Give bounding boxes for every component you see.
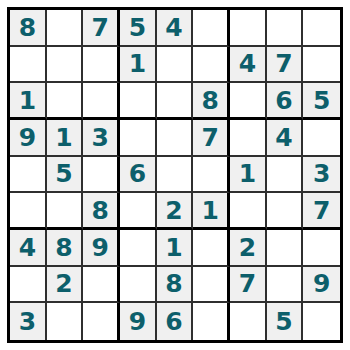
cell-r4c4[interactable] <box>120 120 157 157</box>
cell-r2c1[interactable] <box>10 47 47 84</box>
cell-r3c2[interactable] <box>47 83 84 120</box>
cell-r1c4[interactable]: 5 <box>120 10 157 47</box>
cell-r3c9[interactable]: 5 <box>303 83 340 120</box>
cell-r4c3[interactable]: 3 <box>83 120 120 157</box>
cell-r4c6[interactable]: 7 <box>193 120 230 157</box>
cell-r6c9[interactable]: 7 <box>303 193 340 230</box>
cell-r3c7[interactable] <box>230 83 267 120</box>
cell-r8c2[interactable]: 2 <box>47 267 84 304</box>
cell-r4c5[interactable] <box>157 120 194 157</box>
cell-r6c4[interactable] <box>120 193 157 230</box>
cell-r2c7[interactable]: 4 <box>230 47 267 84</box>
cell-r2c2[interactable] <box>47 47 84 84</box>
cell-r4c7[interactable] <box>230 120 267 157</box>
cell-r8c3[interactable] <box>83 267 120 304</box>
cell-r8c6[interactable] <box>193 267 230 304</box>
cell-r3c5[interactable] <box>157 83 194 120</box>
cell-r1c8[interactable] <box>267 10 304 47</box>
cell-r6c6[interactable]: 1 <box>193 193 230 230</box>
cell-r9c7[interactable] <box>230 303 267 340</box>
cell-r6c3[interactable]: 8 <box>83 193 120 230</box>
cell-r7c7[interactable]: 2 <box>230 230 267 267</box>
cell-r7c2[interactable]: 8 <box>47 230 84 267</box>
cell-r1c7[interactable] <box>230 10 267 47</box>
cell-r9c4[interactable]: 9 <box>120 303 157 340</box>
cell-r1c5[interactable]: 4 <box>157 10 194 47</box>
cell-r9c2[interactable] <box>47 303 84 340</box>
cell-r7c6[interactable] <box>193 230 230 267</box>
cell-r7c5[interactable]: 1 <box>157 230 194 267</box>
cell-r5c9[interactable]: 3 <box>303 157 340 194</box>
cell-r3c1[interactable]: 1 <box>10 83 47 120</box>
cell-r1c1[interactable]: 8 <box>10 10 47 47</box>
cell-r9c1[interactable]: 3 <box>10 303 47 340</box>
cell-r8c7[interactable]: 7 <box>230 267 267 304</box>
cell-r4c9[interactable] <box>303 120 340 157</box>
cell-r7c9[interactable] <box>303 230 340 267</box>
cell-r2c3[interactable] <box>83 47 120 84</box>
cell-r9c5[interactable]: 6 <box>157 303 194 340</box>
cell-r7c3[interactable]: 9 <box>83 230 120 267</box>
cell-r4c8[interactable]: 4 <box>267 120 304 157</box>
cell-r9c9[interactable] <box>303 303 340 340</box>
cell-r5c3[interactable] <box>83 157 120 194</box>
cell-r8c9[interactable]: 9 <box>303 267 340 304</box>
cell-r7c4[interactable] <box>120 230 157 267</box>
cell-r9c8[interactable]: 5 <box>267 303 304 340</box>
cell-r6c5[interactable]: 2 <box>157 193 194 230</box>
cell-r8c5[interactable]: 8 <box>157 267 194 304</box>
cell-r2c9[interactable] <box>303 47 340 84</box>
cell-r2c6[interactable] <box>193 47 230 84</box>
cell-r1c6[interactable] <box>193 10 230 47</box>
cell-r2c8[interactable]: 7 <box>267 47 304 84</box>
cell-r4c2[interactable]: 1 <box>47 120 84 157</box>
cell-r9c3[interactable] <box>83 303 120 340</box>
cell-r3c6[interactable]: 8 <box>193 83 230 120</box>
cell-r8c4[interactable] <box>120 267 157 304</box>
cell-r3c8[interactable]: 6 <box>267 83 304 120</box>
cell-r7c8[interactable] <box>267 230 304 267</box>
cell-r5c4[interactable]: 6 <box>120 157 157 194</box>
cell-r3c4[interactable] <box>120 83 157 120</box>
cell-r7c1[interactable]: 4 <box>10 230 47 267</box>
cell-r6c2[interactable] <box>47 193 84 230</box>
cell-r6c1[interactable] <box>10 193 47 230</box>
cell-r5c6[interactable] <box>193 157 230 194</box>
cell-r2c5[interactable] <box>157 47 194 84</box>
cell-r1c3[interactable]: 7 <box>83 10 120 47</box>
cell-r3c3[interactable] <box>83 83 120 120</box>
cell-r8c1[interactable] <box>10 267 47 304</box>
cell-r1c9[interactable] <box>303 10 340 47</box>
cell-r4c1[interactable]: 9 <box>10 120 47 157</box>
cell-r9c6[interactable] <box>193 303 230 340</box>
cell-r5c5[interactable] <box>157 157 194 194</box>
cell-r5c2[interactable]: 5 <box>47 157 84 194</box>
cell-r5c1[interactable] <box>10 157 47 194</box>
cell-r2c4[interactable]: 1 <box>120 47 157 84</box>
cell-r1c2[interactable] <box>47 10 84 47</box>
cell-r6c7[interactable] <box>230 193 267 230</box>
cell-r6c8[interactable] <box>267 193 304 230</box>
cell-r8c8[interactable] <box>267 267 304 304</box>
sudoku-board: 8754147186591374561382174891228793965 <box>7 7 343 343</box>
cell-r5c7[interactable]: 1 <box>230 157 267 194</box>
cell-r5c8[interactable] <box>267 157 304 194</box>
